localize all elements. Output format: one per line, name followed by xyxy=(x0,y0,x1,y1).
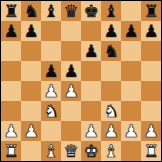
square-h5[interactable] xyxy=(141,61,161,81)
square-a5[interactable] xyxy=(1,61,21,81)
square-g8[interactable] xyxy=(121,1,141,21)
square-c1[interactable]: ♝ xyxy=(41,141,61,161)
square-d6[interactable] xyxy=(61,41,81,61)
black-knight-icon[interactable]: ♞ xyxy=(103,41,118,61)
black-bishop-icon[interactable]: ♝ xyxy=(103,1,118,21)
black-pawn-icon[interactable]: ♟ xyxy=(63,61,78,81)
square-h3[interactable] xyxy=(141,101,161,121)
white-bishop-icon[interactable]: ♝ xyxy=(103,141,118,161)
square-d3[interactable] xyxy=(61,101,81,121)
square-b3[interactable] xyxy=(21,101,41,121)
square-h6[interactable] xyxy=(141,41,161,61)
square-h7[interactable]: ♟ xyxy=(141,21,161,41)
white-king-icon[interactable]: ♚ xyxy=(83,141,98,161)
square-a2[interactable]: ♟ xyxy=(1,121,21,141)
white-rook-icon[interactable]: ♜ xyxy=(3,141,18,161)
black-rook-icon[interactable]: ♜ xyxy=(3,1,18,21)
square-d2[interactable] xyxy=(61,121,81,141)
black-pawn-icon[interactable]: ♟ xyxy=(103,21,118,41)
square-e7[interactable] xyxy=(81,21,101,41)
black-bishop-icon[interactable]: ♝ xyxy=(43,1,58,21)
square-c2[interactable] xyxy=(41,121,61,141)
chess-board: ♜♞♝♛♚♝♜♟♟♟♟♟♟♞♟♟♟♟♞♞♟♟♟♟♟♟♜♝♛♚♝♜ xyxy=(1,1,161,161)
square-c7[interactable] xyxy=(41,21,61,41)
square-e4[interactable] xyxy=(81,81,101,101)
white-pawn-icon[interactable]: ♟ xyxy=(63,81,78,101)
square-c6[interactable] xyxy=(41,41,61,61)
square-h8[interactable]: ♜ xyxy=(141,1,161,21)
square-b2[interactable]: ♟ xyxy=(21,121,41,141)
white-knight-icon[interactable]: ♞ xyxy=(103,101,118,121)
square-b8[interactable]: ♞ xyxy=(21,1,41,21)
white-pawn-icon[interactable]: ♟ xyxy=(43,81,58,101)
square-f6[interactable]: ♞ xyxy=(101,41,121,61)
square-c8[interactable]: ♝ xyxy=(41,1,61,21)
square-f5[interactable] xyxy=(101,61,121,81)
white-pawn-icon[interactable]: ♟ xyxy=(103,121,118,141)
white-pawn-icon[interactable]: ♟ xyxy=(83,121,98,141)
square-d4[interactable]: ♟ xyxy=(61,81,81,101)
square-d5[interactable]: ♟ xyxy=(61,61,81,81)
square-f4[interactable] xyxy=(101,81,121,101)
square-c3[interactable]: ♞ xyxy=(41,101,61,121)
black-pawn-icon[interactable]: ♟ xyxy=(43,61,58,81)
white-pawn-icon[interactable]: ♟ xyxy=(123,121,138,141)
square-d7[interactable] xyxy=(61,21,81,41)
white-rook-icon[interactable]: ♜ xyxy=(143,141,158,161)
square-b5[interactable] xyxy=(21,61,41,81)
white-pawn-icon[interactable]: ♟ xyxy=(23,121,38,141)
square-g6[interactable] xyxy=(121,41,141,61)
black-queen-icon[interactable]: ♛ xyxy=(63,1,78,21)
white-bishop-icon[interactable]: ♝ xyxy=(43,141,58,161)
square-f3[interactable]: ♞ xyxy=(101,101,121,121)
square-c4[interactable]: ♟ xyxy=(41,81,61,101)
square-a3[interactable] xyxy=(1,101,21,121)
square-a6[interactable] xyxy=(1,41,21,61)
square-a4[interactable] xyxy=(1,81,21,101)
square-e1[interactable]: ♚ xyxy=(81,141,101,161)
square-b6[interactable] xyxy=(21,41,41,61)
square-e6[interactable]: ♟ xyxy=(81,41,101,61)
square-g4[interactable] xyxy=(121,81,141,101)
square-g7[interactable]: ♟ xyxy=(121,21,141,41)
square-g5[interactable] xyxy=(121,61,141,81)
white-pawn-icon[interactable]: ♟ xyxy=(143,121,158,141)
square-a7[interactable]: ♟ xyxy=(1,21,21,41)
black-pawn-icon[interactable]: ♟ xyxy=(123,21,138,41)
square-g3[interactable] xyxy=(121,101,141,121)
square-c5[interactable]: ♟ xyxy=(41,61,61,81)
black-pawn-icon[interactable]: ♟ xyxy=(83,41,98,61)
black-pawn-icon[interactable]: ♟ xyxy=(3,21,18,41)
square-f2[interactable]: ♟ xyxy=(101,121,121,141)
square-g1[interactable] xyxy=(121,141,141,161)
square-a8[interactable]: ♜ xyxy=(1,1,21,21)
square-e3[interactable] xyxy=(81,101,101,121)
board-frame: ♜♞♝♛♚♝♜♟♟♟♟♟♟♞♟♟♟♟♞♞♟♟♟♟♟♟♜♝♛♚♝♜ xyxy=(0,0,162,162)
black-pawn-icon[interactable]: ♟ xyxy=(143,21,158,41)
square-f7[interactable]: ♟ xyxy=(101,21,121,41)
square-b1[interactable] xyxy=(21,141,41,161)
square-e5[interactable] xyxy=(81,61,101,81)
white-knight-icon[interactable]: ♞ xyxy=(43,101,58,121)
white-queen-icon[interactable]: ♛ xyxy=(63,141,78,161)
square-b4[interactable] xyxy=(21,81,41,101)
square-h4[interactable] xyxy=(141,81,161,101)
black-knight-icon[interactable]: ♞ xyxy=(23,1,38,21)
square-e2[interactable]: ♟ xyxy=(81,121,101,141)
black-rook-icon[interactable]: ♜ xyxy=(143,1,158,21)
black-pawn-icon[interactable]: ♟ xyxy=(23,21,38,41)
square-h2[interactable]: ♟ xyxy=(141,121,161,141)
white-pawn-icon[interactable]: ♟ xyxy=(3,121,18,141)
black-king-icon[interactable]: ♚ xyxy=(83,1,98,21)
square-f8[interactable]: ♝ xyxy=(101,1,121,21)
square-b7[interactable]: ♟ xyxy=(21,21,41,41)
square-a1[interactable]: ♜ xyxy=(1,141,21,161)
square-d8[interactable]: ♛ xyxy=(61,1,81,21)
square-g2[interactable]: ♟ xyxy=(121,121,141,141)
square-e8[interactable]: ♚ xyxy=(81,1,101,21)
square-f1[interactable]: ♝ xyxy=(101,141,121,161)
square-h1[interactable]: ♜ xyxy=(141,141,161,161)
square-d1[interactable]: ♛ xyxy=(61,141,81,161)
